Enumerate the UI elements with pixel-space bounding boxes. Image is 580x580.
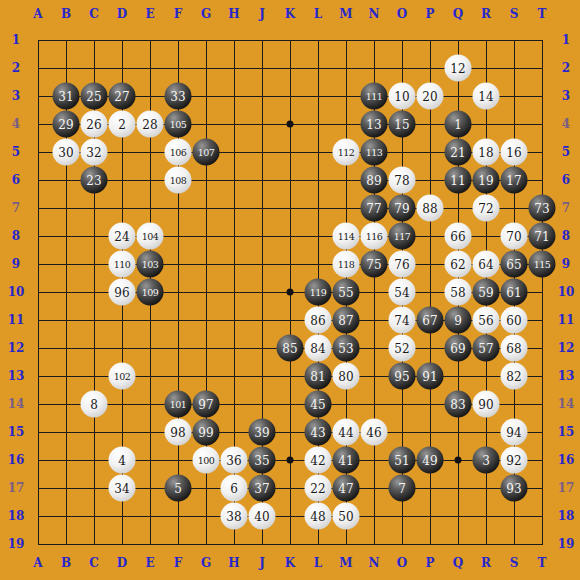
stone-move-number: 81 <box>310 370 325 382</box>
coordinate-label: 4 <box>12 118 20 130</box>
coordinate-label: 15 <box>8 426 25 438</box>
stone[interactable]: 83 <box>445 391 472 418</box>
stone[interactable]: 41 <box>333 447 360 474</box>
stone[interactable]: 110 <box>109 251 136 278</box>
coordinate-label: 4 <box>562 118 570 130</box>
stone[interactable]: 9 <box>445 307 472 334</box>
stone[interactable]: 1 <box>445 111 472 138</box>
coordinate-label: 17 <box>558 482 575 494</box>
stone[interactable]: 49 <box>417 447 444 474</box>
stone-move-number: 34 <box>114 482 129 494</box>
stone-move-number: 17 <box>506 174 521 186</box>
stone[interactable]: 99 <box>193 419 220 446</box>
stone-move-number: 58 <box>450 286 465 298</box>
coordinate-label: 18 <box>558 510 575 522</box>
coordinate-label: E <box>145 8 154 20</box>
coordinate-label: 5 <box>562 146 570 158</box>
stone[interactable]: 116 <box>361 223 388 250</box>
stone[interactable]: 74 <box>389 307 416 334</box>
stone-move-number: 12 <box>450 62 465 74</box>
stone-move-number: 15 <box>394 118 409 130</box>
coordinate-label: K <box>285 8 295 20</box>
stone[interactable]: 42 <box>305 447 332 474</box>
stone[interactable]: 12 <box>445 55 472 82</box>
stone-move-number: 89 <box>366 174 381 186</box>
coordinate-label: 5 <box>12 146 20 158</box>
stone[interactable]: 19 <box>473 167 500 194</box>
stone[interactable]: 91 <box>417 363 444 390</box>
stone[interactable]: 59 <box>473 279 500 306</box>
stone-move-number: 100 <box>198 455 215 465</box>
stone[interactable]: 90 <box>473 391 500 418</box>
stone[interactable]: 3 <box>473 447 500 474</box>
stone[interactable]: 108 <box>165 167 192 194</box>
stone-move-number: 92 <box>506 454 521 466</box>
stone[interactable]: 15 <box>389 111 416 138</box>
stone-move-number: 104 <box>142 231 159 241</box>
coordinate-label: 7 <box>562 202 570 214</box>
coordinate-label: 12 <box>558 342 575 354</box>
stone[interactable]: 25 <box>81 83 108 110</box>
coordinate-label: 9 <box>12 258 20 270</box>
coordinate-label: J <box>259 557 265 569</box>
coordinate-label: B <box>61 8 71 20</box>
stone-move-number: 68 <box>506 342 521 354</box>
coordinate-label: 8 <box>12 230 20 242</box>
stone[interactable]: 28 <box>137 111 164 138</box>
stone[interactable]: 11 <box>445 167 472 194</box>
stone[interactable]: 114 <box>333 223 360 250</box>
stone-move-number: 10 <box>394 90 409 102</box>
coordinate-label: N <box>369 8 380 20</box>
stone[interactable]: 104 <box>137 223 164 250</box>
stone[interactable]: 17 <box>501 167 528 194</box>
go-board-diagram: AABBCCDDEEFFGGHHJJKKLLMMNNOOPPQQRRSSTT11… <box>0 0 580 580</box>
stone[interactable]: 117 <box>389 223 416 250</box>
stone[interactable]: 30 <box>53 139 80 166</box>
coordinate-label: 19 <box>558 538 575 550</box>
stone[interactable]: 45 <box>305 391 332 418</box>
stone[interactable]: 20 <box>417 83 444 110</box>
stone[interactable]: 103 <box>137 251 164 278</box>
stone[interactable]: 95 <box>389 363 416 390</box>
coordinate-label: 3 <box>12 90 20 102</box>
stone[interactable]: 34 <box>109 475 136 502</box>
stone-move-number: 48 <box>310 510 325 522</box>
stone-move-number: 3 <box>482 454 490 466</box>
coordinate-label: 15 <box>558 426 575 438</box>
coordinate-label: 16 <box>8 454 25 466</box>
stone-move-number: 91 <box>422 370 437 382</box>
stone[interactable]: 65 <box>501 251 528 278</box>
stone[interactable]: 112 <box>333 139 360 166</box>
stone-move-number: 101 <box>170 399 187 409</box>
stone[interactable]: 97 <box>193 391 220 418</box>
stone[interactable]: 5 <box>165 475 192 502</box>
stone-move-number: 53 <box>338 342 353 354</box>
stone[interactable]: 106 <box>165 139 192 166</box>
stone[interactable]: 6 <box>221 475 248 502</box>
stone[interactable]: 79 <box>389 195 416 222</box>
stone-move-number: 30 <box>58 146 73 158</box>
stone-move-number: 43 <box>310 426 325 438</box>
coordinate-label: P <box>425 8 434 20</box>
stone[interactable]: 52 <box>389 335 416 362</box>
stone[interactable]: 54 <box>389 279 416 306</box>
stone[interactable]: 81 <box>305 363 332 390</box>
stone-move-number: 93 <box>506 482 521 494</box>
stone-move-number: 1 <box>454 118 462 130</box>
stone[interactable]: 60 <box>501 307 528 334</box>
stone[interactable]: 119 <box>305 279 332 306</box>
stone[interactable]: 57 <box>473 335 500 362</box>
stone-move-number: 46 <box>366 426 381 438</box>
stone[interactable]: 40 <box>249 503 276 530</box>
stone-move-number: 94 <box>506 426 521 438</box>
coordinate-label: F <box>174 8 183 20</box>
stone-move-number: 51 <box>394 454 409 466</box>
stone-move-number: 56 <box>478 314 493 326</box>
stone-move-number: 20 <box>422 90 437 102</box>
stone-move-number: 85 <box>282 342 297 354</box>
star-point <box>287 289 294 296</box>
stone-move-number: 90 <box>478 398 493 410</box>
stone[interactable]: 109 <box>137 279 164 306</box>
stone-move-number: 82 <box>506 370 521 382</box>
stone-move-number: 62 <box>450 258 465 270</box>
stone-move-number: 97 <box>198 398 213 410</box>
stone-move-number: 26 <box>86 118 101 130</box>
stone[interactable]: 68 <box>501 335 528 362</box>
stone[interactable]: 69 <box>445 335 472 362</box>
stone-move-number: 23 <box>86 174 101 186</box>
stone[interactable]: 53 <box>333 335 360 362</box>
stone[interactable]: 101 <box>165 391 192 418</box>
stone[interactable]: 82 <box>501 363 528 390</box>
coordinate-label: R <box>481 8 491 20</box>
stone-move-number: 119 <box>310 287 327 297</box>
coordinate-label: 18 <box>8 510 25 522</box>
coordinate-label: G <box>201 8 211 20</box>
coordinate-label: S <box>510 557 519 569</box>
stone[interactable]: 78 <box>389 167 416 194</box>
stone[interactable]: 2 <box>109 111 136 138</box>
stone-move-number: 50 <box>338 510 353 522</box>
stone[interactable]: 73 <box>529 195 556 222</box>
stone-move-number: 59 <box>478 286 493 298</box>
stone-move-number: 118 <box>338 259 355 269</box>
coordinate-label: 10 <box>558 286 575 298</box>
stone[interactable]: 24 <box>109 223 136 250</box>
coordinate-label: H <box>228 557 239 569</box>
stone[interactable]: 70 <box>501 223 528 250</box>
stone[interactable]: 16 <box>501 139 528 166</box>
stone-move-number: 114 <box>338 231 355 241</box>
stone-move-number: 36 <box>226 454 241 466</box>
stone[interactable]: 67 <box>417 307 444 334</box>
coordinate-label: J <box>259 8 265 20</box>
coordinate-label: 11 <box>8 314 25 326</box>
stone-move-number: 33 <box>170 90 185 102</box>
stone-move-number: 31 <box>58 90 73 102</box>
stone[interactable]: 14 <box>473 83 500 110</box>
stone-move-number: 14 <box>478 90 493 102</box>
stone[interactable]: 107 <box>193 139 220 166</box>
stone[interactable]: 35 <box>249 447 276 474</box>
stone[interactable]: 21 <box>445 139 472 166</box>
stone-move-number: 65 <box>506 258 521 270</box>
coordinate-label: B <box>61 557 71 569</box>
coordinate-label: D <box>117 557 127 569</box>
stone[interactable]: 76 <box>389 251 416 278</box>
stone[interactable]: 98 <box>165 419 192 446</box>
stone-move-number: 66 <box>450 230 465 242</box>
coordinate-label: 3 <box>562 90 570 102</box>
stone[interactable]: 10 <box>389 83 416 110</box>
stone-move-number: 6 <box>230 482 238 494</box>
stone-move-number: 78 <box>394 174 409 186</box>
stone-move-number: 69 <box>450 342 465 354</box>
stone[interactable]: 64 <box>473 251 500 278</box>
coordinate-label: L <box>314 557 322 569</box>
coordinate-label: F <box>174 557 183 569</box>
stone[interactable]: 27 <box>109 83 136 110</box>
stone-move-number: 106 <box>170 147 187 157</box>
stone-move-number: 32 <box>86 146 101 158</box>
stone-move-number: 9 <box>454 314 462 326</box>
stone[interactable]: 37 <box>249 475 276 502</box>
stone[interactable]: 85 <box>277 335 304 362</box>
stone-move-number: 87 <box>338 314 353 326</box>
stone[interactable]: 96 <box>109 279 136 306</box>
stone-move-number: 112 <box>338 147 355 157</box>
stone[interactable]: 100 <box>193 447 220 474</box>
star-point <box>287 457 294 464</box>
stone-move-number: 47 <box>338 482 353 494</box>
stone[interactable]: 38 <box>221 503 248 530</box>
stone[interactable]: 75 <box>361 251 388 278</box>
stone[interactable]: 72 <box>473 195 500 222</box>
coordinate-label: 17 <box>8 482 25 494</box>
stone[interactable]: 33 <box>165 83 192 110</box>
stone-move-number: 28 <box>142 118 157 130</box>
stone[interactable]: 22 <box>305 475 332 502</box>
stone[interactable]: 111 <box>361 83 388 110</box>
stone-move-number: 102 <box>114 371 131 381</box>
stone-move-number: 40 <box>254 510 269 522</box>
stone[interactable]: 44 <box>333 419 360 446</box>
stone[interactable]: 113 <box>361 139 388 166</box>
stone[interactable]: 26 <box>81 111 108 138</box>
stone-move-number: 71 <box>534 230 549 242</box>
stone[interactable]: 77 <box>361 195 388 222</box>
coordinate-label: A <box>33 557 42 569</box>
stone-move-number: 27 <box>114 90 129 102</box>
stone-move-number: 4 <box>118 454 126 466</box>
star-point <box>287 121 294 128</box>
stone[interactable]: 47 <box>333 475 360 502</box>
coordinate-label: N <box>369 557 380 569</box>
stone-move-number: 83 <box>450 398 465 410</box>
stone-move-number: 57 <box>478 342 493 354</box>
stone-move-number: 72 <box>478 202 493 214</box>
coordinate-label: A <box>33 8 42 20</box>
stone[interactable]: 71 <box>529 223 556 250</box>
stone[interactable]: 51 <box>389 447 416 474</box>
coordinate-label: C <box>89 557 99 569</box>
stone-move-number: 13 <box>366 118 381 130</box>
stone[interactable]: 105 <box>165 111 192 138</box>
stone[interactable]: 8 <box>81 391 108 418</box>
stone[interactable]: 46 <box>361 419 388 446</box>
coordinate-label: 2 <box>12 62 20 74</box>
stone[interactable]: 55 <box>333 279 360 306</box>
stone[interactable]: 56 <box>473 307 500 334</box>
stone[interactable]: 94 <box>501 419 528 446</box>
coordinate-label: S <box>510 8 519 20</box>
coordinate-label: H <box>228 8 239 20</box>
coordinate-label: 6 <box>562 174 570 186</box>
stone-move-number: 105 <box>170 119 187 129</box>
stone-move-number: 80 <box>338 370 353 382</box>
coordinate-label: T <box>538 557 547 569</box>
stone-move-number: 41 <box>338 454 353 466</box>
coordinate-label: Q <box>453 557 463 569</box>
stone-move-number: 113 <box>366 147 383 157</box>
stone-move-number: 75 <box>366 258 381 270</box>
coordinate-label: 11 <box>558 314 575 326</box>
stone[interactable]: 102 <box>109 363 136 390</box>
stone-move-number: 38 <box>226 510 241 522</box>
stone-move-number: 110 <box>114 259 131 269</box>
stone[interactable]: 43 <box>305 419 332 446</box>
stone[interactable]: 115 <box>529 251 556 278</box>
coordinate-label: O <box>397 8 407 20</box>
stone-move-number: 74 <box>394 314 409 326</box>
stone[interactable]: 50 <box>333 503 360 530</box>
stone-move-number: 24 <box>114 230 129 242</box>
stone-move-number: 61 <box>506 286 521 298</box>
coordinate-label: M <box>339 8 352 20</box>
coordinate-label: 1 <box>562 34 570 46</box>
coordinate-label: 9 <box>562 258 570 270</box>
stone[interactable]: 87 <box>333 307 360 334</box>
stone-move-number: 64 <box>478 258 493 270</box>
stone-move-number: 35 <box>254 454 269 466</box>
stone-move-number: 52 <box>394 342 409 354</box>
coordinate-label: 8 <box>562 230 570 242</box>
stone-move-number: 7 <box>398 482 406 494</box>
stone-move-number: 25 <box>86 90 101 102</box>
stone[interactable]: 61 <box>501 279 528 306</box>
stone[interactable]: 86 <box>305 307 332 334</box>
stone-move-number: 111 <box>366 91 383 101</box>
coordinate-label: O <box>397 557 407 569</box>
stone[interactable]: 84 <box>305 335 332 362</box>
coordinate-label: L <box>314 8 322 20</box>
stone-move-number: 44 <box>338 426 353 438</box>
stone-move-number: 98 <box>170 426 185 438</box>
stone[interactable]: 80 <box>333 363 360 390</box>
stone-move-number: 107 <box>198 147 215 157</box>
stone[interactable]: 7 <box>389 475 416 502</box>
stone[interactable]: 4 <box>109 447 136 474</box>
stone-move-number: 117 <box>394 231 411 241</box>
stone[interactable]: 62 <box>445 251 472 278</box>
stone[interactable]: 93 <box>501 475 528 502</box>
stone-move-number: 86 <box>310 314 325 326</box>
stone-move-number: 88 <box>422 202 437 214</box>
stone-move-number: 115 <box>534 259 551 269</box>
stone[interactable]: 66 <box>445 223 472 250</box>
coordinate-label: Q <box>453 8 463 20</box>
stone-move-number: 29 <box>58 118 73 130</box>
stone-move-number: 16 <box>506 146 521 158</box>
coordinate-label: 6 <box>12 174 20 186</box>
stone-move-number: 19 <box>478 174 493 186</box>
stone-move-number: 45 <box>310 398 325 410</box>
stone[interactable]: 39 <box>249 419 276 446</box>
stone[interactable]: 18 <box>473 139 500 166</box>
stone-move-number: 96 <box>114 286 129 298</box>
stone-move-number: 5 <box>174 482 182 494</box>
star-point <box>455 457 462 464</box>
stone[interactable]: 36 <box>221 447 248 474</box>
stone[interactable]: 88 <box>417 195 444 222</box>
stone[interactable]: 13 <box>361 111 388 138</box>
coordinate-label: 14 <box>558 398 575 410</box>
stone-move-number: 103 <box>142 259 159 269</box>
stone-move-number: 79 <box>394 202 409 214</box>
stone-move-number: 76 <box>394 258 409 270</box>
stone[interactable]: 29 <box>53 111 80 138</box>
stone[interactable]: 92 <box>501 447 528 474</box>
coordinate-label: 10 <box>8 286 25 298</box>
stone-move-number: 70 <box>506 230 521 242</box>
stone[interactable]: 32 <box>81 139 108 166</box>
stone-move-number: 60 <box>506 314 521 326</box>
stone-move-number: 2 <box>118 118 126 130</box>
stone-move-number: 49 <box>422 454 437 466</box>
stone-move-number: 37 <box>254 482 269 494</box>
stone-move-number: 42 <box>310 454 325 466</box>
stone-move-number: 22 <box>310 482 325 494</box>
coordinate-label: 14 <box>8 398 25 410</box>
coordinate-label: 13 <box>558 370 575 382</box>
coordinate-label: R <box>481 557 491 569</box>
coordinate-label: 13 <box>8 370 25 382</box>
coordinate-label: G <box>201 557 211 569</box>
coordinate-label: 2 <box>562 62 570 74</box>
coordinate-label: 7 <box>12 202 20 214</box>
stone[interactable]: 48 <box>305 503 332 530</box>
stone-move-number: 99 <box>198 426 213 438</box>
coordinate-label: C <box>89 8 99 20</box>
stone-move-number: 11 <box>450 174 465 186</box>
stone[interactable]: 23 <box>81 167 108 194</box>
stone[interactable]: 118 <box>333 251 360 278</box>
stone-move-number: 116 <box>366 231 383 241</box>
coordinate-label: 19 <box>8 538 25 550</box>
coordinate-label: E <box>145 557 154 569</box>
stone-move-number: 73 <box>534 202 549 214</box>
stone-move-number: 84 <box>310 342 325 354</box>
stone[interactable]: 58 <box>445 279 472 306</box>
coordinate-label: 12 <box>8 342 25 354</box>
stone[interactable]: 31 <box>53 83 80 110</box>
stone[interactable]: 89 <box>361 167 388 194</box>
coordinate-label: M <box>339 557 352 569</box>
